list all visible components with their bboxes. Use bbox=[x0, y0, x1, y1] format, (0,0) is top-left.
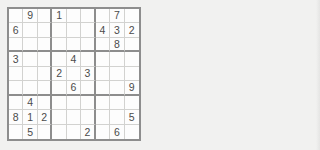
sudoku-cell-empty[interactable] bbox=[38, 67, 52, 81]
sudoku-cell-empty[interactable] bbox=[110, 81, 124, 95]
sudoku-cell-empty[interactable] bbox=[110, 52, 124, 66]
sudoku-cell-given: 3 bbox=[9, 52, 23, 66]
sudoku-cell-empty[interactable] bbox=[67, 9, 81, 23]
sudoku-cell-given: 6 bbox=[9, 23, 23, 37]
sudoku-cell-empty[interactable] bbox=[52, 38, 66, 52]
sudoku-cell-given: 5 bbox=[125, 110, 139, 124]
sudoku-cell-empty[interactable] bbox=[9, 96, 23, 110]
sudoku-cell-empty[interactable] bbox=[96, 110, 110, 124]
sudoku-cell-empty[interactable] bbox=[23, 52, 37, 66]
sudoku-cell-empty[interactable] bbox=[125, 96, 139, 110]
sudoku-cell-given: 2 bbox=[81, 125, 95, 139]
sudoku-cell-empty[interactable] bbox=[125, 125, 139, 139]
sudoku-cell-empty[interactable] bbox=[38, 81, 52, 95]
sudoku-cell-given: 7 bbox=[110, 9, 124, 23]
sudoku-cell-given: 6 bbox=[110, 125, 124, 139]
sudoku-cell-given: 8 bbox=[110, 38, 124, 52]
sudoku-cell-empty[interactable] bbox=[38, 96, 52, 110]
sudoku-cell-empty[interactable] bbox=[125, 52, 139, 66]
sudoku-cell-given: 9 bbox=[125, 81, 139, 95]
sudoku-cell-empty[interactable] bbox=[96, 9, 110, 23]
sudoku-board: 9176432834236948125526 bbox=[7, 7, 141, 141]
sudoku-cell-empty[interactable] bbox=[67, 125, 81, 139]
sudoku-cell-given: 9 bbox=[23, 9, 37, 23]
sudoku-cell-empty[interactable] bbox=[52, 23, 66, 37]
sudoku-cell-empty[interactable] bbox=[81, 52, 95, 66]
sudoku-cell-empty[interactable] bbox=[23, 38, 37, 52]
sudoku-cell-empty[interactable] bbox=[9, 38, 23, 52]
sudoku-cell-given: 1 bbox=[52, 9, 66, 23]
sudoku-cell-empty[interactable] bbox=[125, 9, 139, 23]
sudoku-cell-empty[interactable] bbox=[96, 67, 110, 81]
sudoku-cell-given: 2 bbox=[38, 110, 52, 124]
sudoku-cell-given: 2 bbox=[52, 67, 66, 81]
sudoku-cell-empty[interactable] bbox=[9, 81, 23, 95]
sudoku-cell-empty[interactable] bbox=[125, 38, 139, 52]
sudoku-cell-empty[interactable] bbox=[96, 38, 110, 52]
sudoku-cell-empty[interactable] bbox=[38, 9, 52, 23]
sudoku-cell-empty[interactable] bbox=[38, 38, 52, 52]
sudoku-cell-empty[interactable] bbox=[81, 9, 95, 23]
sudoku-cell-empty[interactable] bbox=[81, 110, 95, 124]
sudoku-cell-empty[interactable] bbox=[67, 96, 81, 110]
sudoku-cell-empty[interactable] bbox=[52, 110, 66, 124]
sudoku-cell-given: 3 bbox=[81, 67, 95, 81]
sudoku-cell-empty[interactable] bbox=[23, 81, 37, 95]
sudoku-cell-empty[interactable] bbox=[52, 81, 66, 95]
sudoku-cell-given: 5 bbox=[23, 125, 37, 139]
sudoku-cell-empty[interactable] bbox=[9, 125, 23, 139]
sudoku-cell-empty[interactable] bbox=[81, 23, 95, 37]
sudoku-cell-empty[interactable] bbox=[110, 96, 124, 110]
sudoku-cell-empty[interactable] bbox=[67, 38, 81, 52]
sudoku-cell-empty[interactable] bbox=[96, 81, 110, 95]
sudoku-cell-given: 2 bbox=[125, 23, 139, 37]
sudoku-cell-empty[interactable] bbox=[9, 9, 23, 23]
sudoku-cell-given: 1 bbox=[23, 110, 37, 124]
sudoku-cell-empty[interactable] bbox=[67, 23, 81, 37]
sudoku-cell-empty[interactable] bbox=[23, 67, 37, 81]
sudoku-cell-empty[interactable] bbox=[67, 110, 81, 124]
sudoku-cell-empty[interactable] bbox=[96, 96, 110, 110]
sudoku-cell-given: 8 bbox=[9, 110, 23, 124]
sudoku-cell-given: 4 bbox=[67, 52, 81, 66]
sudoku-cell-empty[interactable] bbox=[52, 52, 66, 66]
sudoku-cell-empty[interactable] bbox=[38, 125, 52, 139]
sudoku-cell-empty[interactable] bbox=[52, 96, 66, 110]
sudoku-cell-empty[interactable] bbox=[67, 67, 81, 81]
sudoku-cell-given: 6 bbox=[67, 81, 81, 95]
sudoku-cell-empty[interactable] bbox=[81, 38, 95, 52]
sudoku-cell-empty[interactable] bbox=[81, 96, 95, 110]
sudoku-cell-empty[interactable] bbox=[125, 67, 139, 81]
sudoku-cell-given: 4 bbox=[96, 23, 110, 37]
sudoku-cell-empty[interactable] bbox=[96, 52, 110, 66]
sudoku-cell-empty[interactable] bbox=[110, 110, 124, 124]
sudoku-cell-given: 3 bbox=[110, 23, 124, 37]
sudoku-cell-empty[interactable] bbox=[38, 52, 52, 66]
sudoku-cell-empty[interactable] bbox=[96, 125, 110, 139]
sudoku-cell-empty[interactable] bbox=[23, 23, 37, 37]
sudoku-cell-empty[interactable] bbox=[38, 23, 52, 37]
sudoku-cell-empty[interactable] bbox=[52, 125, 66, 139]
sudoku-cell-given: 4 bbox=[23, 96, 37, 110]
sudoku-cell-empty[interactable] bbox=[110, 67, 124, 81]
sudoku-cell-empty[interactable] bbox=[81, 81, 95, 95]
sudoku-cell-empty[interactable] bbox=[9, 67, 23, 81]
